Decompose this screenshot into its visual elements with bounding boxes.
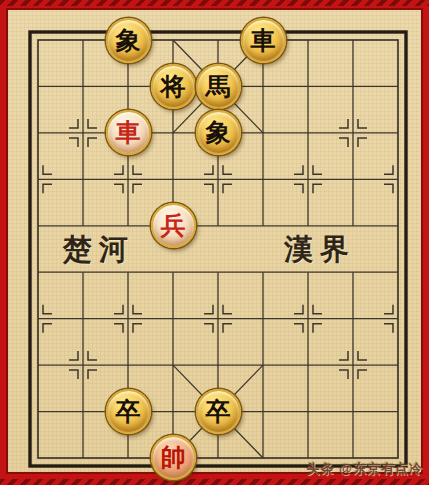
- piece-character: 将: [161, 74, 186, 99]
- frame-stripe-top: [0, 0, 429, 6]
- piece-character: 車: [251, 28, 276, 53]
- piece-red-soldier[interactable]: 兵: [151, 203, 196, 248]
- pieces-grid: 象車将馬車象兵卒卒帥: [16, 17, 421, 481]
- piece-character: 卒: [206, 399, 231, 424]
- piece-character: 象: [206, 120, 231, 145]
- watermark-text: 头条 @东京有点冷: [307, 460, 423, 478]
- piece-character: 馬: [206, 74, 231, 99]
- piece-character: 卒: [116, 399, 141, 424]
- piece-character: 帥: [161, 445, 186, 470]
- piece-black-elephant[interactable]: 象: [196, 110, 241, 155]
- piece-black-chariot[interactable]: 車: [241, 18, 286, 63]
- piece-black-soldier[interactable]: 卒: [196, 389, 241, 434]
- piece-black-horse[interactable]: 馬: [196, 64, 241, 109]
- piece-red-general[interactable]: 帥: [151, 435, 196, 480]
- frame-stripe-bottom: [0, 479, 429, 485]
- piece-black-soldier[interactable]: 卒: [106, 389, 151, 434]
- piece-character: 象: [116, 28, 141, 53]
- red-photo-frame: 楚河 漢界 象車将馬車象兵卒卒帥 头条 @东京有点冷: [0, 0, 429, 485]
- piece-character: 兵: [161, 213, 186, 238]
- piece-character: 車: [116, 120, 141, 145]
- piece-black-elephant[interactable]: 象: [106, 18, 151, 63]
- piece-red-chariot[interactable]: 車: [106, 110, 151, 155]
- piece-black-general[interactable]: 将: [151, 64, 196, 109]
